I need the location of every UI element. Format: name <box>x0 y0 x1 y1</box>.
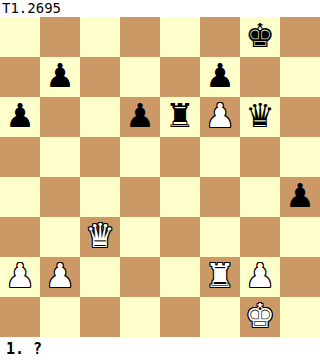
square-f7[interactable]: ♟ <box>200 57 240 97</box>
square-b1[interactable] <box>40 297 80 337</box>
square-c8[interactable] <box>80 17 120 57</box>
square-g2[interactable]: ♟ <box>240 257 280 297</box>
square-g7[interactable] <box>240 57 280 97</box>
move-prompt: 1. ? <box>0 340 42 358</box>
square-a5[interactable] <box>0 137 40 177</box>
square-g5[interactable] <box>240 137 280 177</box>
square-a8[interactable] <box>0 17 40 57</box>
square-a2[interactable]: ♟ <box>0 257 40 297</box>
square-b8[interactable] <box>40 17 80 57</box>
square-e4[interactable] <box>160 177 200 217</box>
square-h5[interactable] <box>280 137 320 177</box>
square-g6[interactable]: ♛ <box>240 97 280 137</box>
square-h1[interactable] <box>280 297 320 337</box>
white-pawn-piece: ♟ <box>205 96 235 136</box>
square-e6[interactable]: ♜ <box>160 97 200 137</box>
square-c2[interactable] <box>80 257 120 297</box>
black-pawn-piece: ♟ <box>5 96 35 136</box>
square-e2[interactable] <box>160 257 200 297</box>
black-pawn-piece: ♟ <box>285 176 315 216</box>
square-h8[interactable] <box>280 17 320 57</box>
square-a7[interactable] <box>0 57 40 97</box>
square-h6[interactable] <box>280 97 320 137</box>
white-rook-piece: ♜ <box>205 256 235 296</box>
black-king-piece: ♚ <box>245 16 275 56</box>
white-queen-piece: ♛ <box>85 216 115 256</box>
square-h2[interactable] <box>280 257 320 297</box>
white-pawn-piece: ♟ <box>5 256 35 296</box>
square-e8[interactable] <box>160 17 200 57</box>
square-e1[interactable] <box>160 297 200 337</box>
title-bar: T1.2695 <box>0 0 320 17</box>
square-f8[interactable] <box>200 17 240 57</box>
chess-board: ♚♟♟♟♟♜♟♛♟♛♟♟♜♟♚ <box>0 17 320 337</box>
square-g1[interactable]: ♚ <box>240 297 280 337</box>
square-c1[interactable] <box>80 297 120 337</box>
square-d4[interactable] <box>120 177 160 217</box>
square-d6[interactable]: ♟ <box>120 97 160 137</box>
black-rook-piece: ♜ <box>165 96 195 136</box>
square-f6[interactable]: ♟ <box>200 97 240 137</box>
square-b2[interactable]: ♟ <box>40 257 80 297</box>
square-c7[interactable] <box>80 57 120 97</box>
square-d3[interactable] <box>120 217 160 257</box>
square-f1[interactable] <box>200 297 240 337</box>
square-d1[interactable] <box>120 297 160 337</box>
square-d2[interactable] <box>120 257 160 297</box>
square-g3[interactable] <box>240 217 280 257</box>
square-h3[interactable] <box>280 217 320 257</box>
square-d7[interactable] <box>120 57 160 97</box>
black-pawn-piece: ♟ <box>45 56 75 96</box>
square-c4[interactable] <box>80 177 120 217</box>
square-b6[interactable] <box>40 97 80 137</box>
white-pawn-piece: ♟ <box>45 256 75 296</box>
square-f4[interactable] <box>200 177 240 217</box>
square-c5[interactable] <box>80 137 120 177</box>
square-b4[interactable] <box>40 177 80 217</box>
caption-bar: 1. ? <box>0 337 320 360</box>
square-b7[interactable]: ♟ <box>40 57 80 97</box>
white-king-piece: ♚ <box>245 296 275 336</box>
black-pawn-piece: ♟ <box>205 56 235 96</box>
square-f5[interactable] <box>200 137 240 177</box>
diagram-title: T1.2695 <box>0 0 61 16</box>
white-pawn-piece: ♟ <box>245 256 275 296</box>
square-h4[interactable]: ♟ <box>280 177 320 217</box>
square-h7[interactable] <box>280 57 320 97</box>
square-b3[interactable] <box>40 217 80 257</box>
square-a4[interactable] <box>0 177 40 217</box>
square-f3[interactable] <box>200 217 240 257</box>
square-a1[interactable] <box>0 297 40 337</box>
square-c3[interactable]: ♛ <box>80 217 120 257</box>
square-g4[interactable] <box>240 177 280 217</box>
square-g8[interactable]: ♚ <box>240 17 280 57</box>
square-a6[interactable]: ♟ <box>0 97 40 137</box>
square-d5[interactable] <box>120 137 160 177</box>
square-e7[interactable] <box>160 57 200 97</box>
square-c6[interactable] <box>80 97 120 137</box>
black-queen-piece: ♛ <box>245 96 275 136</box>
square-d8[interactable] <box>120 17 160 57</box>
square-e5[interactable] <box>160 137 200 177</box>
square-a3[interactable] <box>0 217 40 257</box>
black-pawn-piece: ♟ <box>125 96 155 136</box>
square-b5[interactable] <box>40 137 80 177</box>
square-e3[interactable] <box>160 217 200 257</box>
square-f2[interactable]: ♜ <box>200 257 240 297</box>
